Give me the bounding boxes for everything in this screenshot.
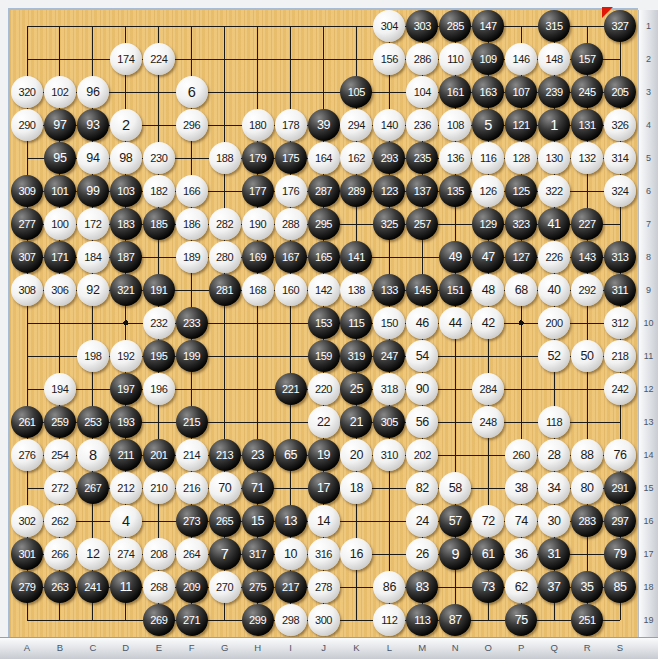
column-label-P: P	[511, 642, 531, 653]
move-number: 309	[18, 186, 35, 197]
stone-J16[interactable]: 14	[308, 505, 340, 537]
move-number: 18	[350, 482, 363, 495]
stone-S5[interactable]: 314	[604, 142, 636, 174]
stone-R11[interactable]: 50	[571, 340, 603, 372]
stone-B8[interactable]: 171	[44, 241, 76, 273]
stone-P17[interactable]: 36	[505, 538, 537, 570]
stone-A18[interactable]: 279	[11, 571, 43, 603]
stone-C18[interactable]: 241	[77, 571, 109, 603]
stone-H15[interactable]: 71	[242, 472, 274, 504]
stone-J10[interactable]: 153	[308, 307, 340, 339]
stone-S15[interactable]: 291	[604, 472, 636, 504]
stone-J15[interactable]: 17	[308, 472, 340, 504]
stone-Q6[interactable]: 322	[538, 175, 570, 207]
stone-Q4[interactable]: 1	[538, 109, 570, 141]
stone-R3[interactable]: 245	[571, 76, 603, 108]
stone-R4[interactable]: 131	[571, 109, 603, 141]
stone-B3[interactable]: 102	[44, 76, 76, 108]
move-number: 261	[18, 417, 35, 428]
move-number: 107	[513, 87, 530, 98]
stone-F6[interactable]: 166	[176, 175, 208, 207]
stone-Q5[interactable]: 130	[538, 142, 570, 174]
stone-A3[interactable]: 320	[11, 76, 43, 108]
stone-I8[interactable]: 167	[275, 241, 307, 273]
stone-B14[interactable]: 254	[44, 439, 76, 471]
stone-I17[interactable]: 10	[275, 538, 307, 570]
stone-O3[interactable]: 163	[472, 76, 504, 108]
stone-O12[interactable]: 284	[472, 373, 504, 405]
stone-I7[interactable]: 288	[275, 208, 307, 240]
column-label-E: E	[149, 642, 169, 653]
stone-D11[interactable]: 192	[110, 340, 142, 372]
stone-P6[interactable]: 125	[505, 175, 537, 207]
stone-A7[interactable]: 277	[11, 208, 43, 240]
stone-R16[interactable]: 283	[571, 505, 603, 537]
stone-H9[interactable]: 168	[242, 274, 274, 306]
stone-R15[interactable]: 80	[571, 472, 603, 504]
move-number: 323	[513, 219, 530, 230]
stone-F15[interactable]: 216	[176, 472, 208, 504]
stone-S10[interactable]: 312	[604, 307, 636, 339]
move-number: 42	[482, 317, 495, 330]
stone-D5[interactable]: 98	[110, 142, 142, 174]
stone-S14[interactable]: 76	[604, 439, 636, 471]
move-number: 123	[381, 186, 398, 197]
stone-C14[interactable]: 8	[77, 439, 109, 471]
row-label-1: 1	[639, 21, 658, 31]
stone-O5[interactable]: 116	[472, 142, 504, 174]
stone-Q11[interactable]: 52	[538, 340, 570, 372]
move-number: 217	[282, 582, 299, 593]
move-number: 271	[183, 615, 200, 626]
stone-P16[interactable]: 74	[505, 505, 537, 537]
stone-E19[interactable]: 269	[143, 604, 175, 636]
stone-Q14[interactable]: 28	[538, 439, 570, 471]
stone-J14[interactable]: 19	[308, 439, 340, 471]
move-number: 108	[447, 120, 464, 131]
stone-H5[interactable]: 179	[242, 142, 274, 174]
move-number: 30	[548, 515, 561, 528]
stone-D12[interactable]: 197	[110, 373, 142, 405]
stone-F16[interactable]: 273	[176, 505, 208, 537]
stone-A14[interactable]: 276	[11, 439, 43, 471]
stone-J11[interactable]: 159	[308, 340, 340, 372]
move-number: 28	[548, 449, 561, 462]
stone-S18[interactable]: 85	[604, 571, 636, 603]
stone-R2[interactable]: 157	[571, 43, 603, 75]
move-number: 194	[51, 384, 68, 395]
stone-C5[interactable]: 94	[77, 142, 109, 174]
stone-D7[interactable]: 183	[110, 208, 142, 240]
stone-P18[interactable]: 62	[505, 571, 537, 603]
stone-S1[interactable]: 327	[604, 10, 636, 42]
stone-C13[interactable]: 253	[77, 406, 109, 438]
stone-S6[interactable]: 324	[604, 175, 636, 207]
stone-P19[interactable]: 75	[505, 604, 537, 636]
move-number: 132	[579, 153, 596, 164]
move-number: 274	[117, 549, 134, 560]
stone-D17[interactable]: 274	[110, 538, 142, 570]
stone-P7[interactable]: 323	[505, 208, 537, 240]
move-number: 193	[117, 417, 134, 428]
move-number: 34	[548, 482, 561, 495]
stone-B16[interactable]: 262	[44, 505, 76, 537]
stone-S3[interactable]: 205	[604, 76, 636, 108]
move-number: 82	[416, 482, 429, 495]
move-number: 24	[416, 515, 429, 528]
stone-J18[interactable]: 278	[308, 571, 340, 603]
stone-O10[interactable]: 42	[472, 307, 504, 339]
stone-O16[interactable]: 72	[472, 505, 504, 537]
stone-C17[interactable]: 12	[77, 538, 109, 570]
stone-D9[interactable]: 321	[110, 274, 142, 306]
move-number: 308	[18, 285, 35, 296]
stone-F8[interactable]: 189	[176, 241, 208, 273]
stone-F14[interactable]: 214	[176, 439, 208, 471]
row-label-3: 3	[639, 87, 658, 97]
stone-P5[interactable]: 128	[505, 142, 537, 174]
stone-I4[interactable]: 178	[275, 109, 307, 141]
stone-I19[interactable]: 298	[275, 604, 307, 636]
stone-Q17[interactable]: 31	[538, 538, 570, 570]
move-number: 137	[414, 186, 431, 197]
stone-G7[interactable]: 282	[209, 208, 241, 240]
move-number: 157	[579, 54, 596, 65]
move-number: 68	[515, 284, 528, 297]
stone-O13[interactable]: 248	[472, 406, 504, 438]
move-number: 262	[51, 516, 68, 527]
stone-I12[interactable]: 221	[275, 373, 307, 405]
stone-H6[interactable]: 177	[242, 175, 274, 207]
stone-Q15[interactable]: 34	[538, 472, 570, 504]
move-number: 269	[150, 615, 167, 626]
move-number: 272	[51, 483, 68, 494]
stone-C7[interactable]: 172	[77, 208, 109, 240]
move-number: 87	[449, 614, 462, 627]
move-number: 46	[416, 317, 429, 330]
stone-Q13[interactable]: 118	[538, 406, 570, 438]
stone-P4[interactable]: 121	[505, 109, 537, 141]
move-number: 298	[282, 615, 299, 626]
stone-E12[interactable]: 196	[143, 373, 175, 405]
stone-O9[interactable]: 48	[472, 274, 504, 306]
stone-H17[interactable]: 317	[242, 538, 274, 570]
stone-B18[interactable]: 263	[44, 571, 76, 603]
stone-D15[interactable]: 212	[110, 472, 142, 504]
stone-Q8[interactable]: 226	[538, 241, 570, 273]
move-number: 218	[611, 351, 628, 362]
stone-I9[interactable]: 160	[275, 274, 307, 306]
stone-C6[interactable]: 99	[77, 175, 109, 207]
stone-J7[interactable]: 295	[308, 208, 340, 240]
stone-Q2[interactable]: 148	[538, 43, 570, 75]
stone-J8[interactable]: 165	[308, 241, 340, 273]
stone-H18[interactable]: 275	[242, 571, 274, 603]
stone-G15[interactable]: 70	[209, 472, 241, 504]
stone-O4[interactable]: 5	[472, 109, 504, 141]
stone-B4[interactable]: 97	[44, 109, 76, 141]
stone-H19[interactable]: 299	[242, 604, 274, 636]
stone-E9[interactable]: 191	[143, 274, 175, 306]
move-number: 305	[381, 417, 398, 428]
column-label-K: K	[346, 642, 366, 653]
stone-R5[interactable]: 132	[571, 142, 603, 174]
stone-O8[interactable]: 47	[472, 241, 504, 273]
stone-G16[interactable]: 265	[209, 505, 241, 537]
stone-F4[interactable]: 296	[176, 109, 208, 141]
stone-A8[interactable]: 307	[11, 241, 43, 273]
move-number: 232	[150, 318, 167, 329]
stone-J12[interactable]: 220	[308, 373, 340, 405]
move-number: 141	[348, 252, 365, 263]
move-number: 17	[317, 482, 330, 495]
move-number: 280	[216, 252, 233, 263]
move-number: 322	[546, 186, 563, 197]
move-number: 321	[117, 285, 134, 296]
stone-I16[interactable]: 13	[275, 505, 307, 537]
stone-B7[interactable]: 100	[44, 208, 76, 240]
stone-Q10[interactable]: 200	[538, 307, 570, 339]
stone-O1[interactable]: 147	[472, 10, 504, 42]
stone-R7[interactable]: 227	[571, 208, 603, 240]
move-number: 172	[84, 219, 101, 230]
move-number: 95	[53, 152, 66, 165]
move-number: 169	[249, 252, 266, 263]
stone-J13[interactable]: 22	[308, 406, 340, 438]
stone-E6[interactable]: 182	[143, 175, 175, 207]
stone-O2[interactable]: 109	[472, 43, 504, 75]
stone-G8[interactable]: 280	[209, 241, 241, 273]
stone-E11[interactable]: 195	[143, 340, 175, 372]
move-number: 248	[480, 417, 497, 428]
stone-F18[interactable]: 209	[176, 571, 208, 603]
stone-I5[interactable]: 175	[275, 142, 307, 174]
stone-H8[interactable]: 169	[242, 241, 274, 273]
move-number: 302	[18, 516, 35, 527]
stone-F13[interactable]: 215	[176, 406, 208, 438]
move-number: 11	[120, 581, 132, 594]
stone-D8[interactable]: 187	[110, 241, 142, 273]
stone-H14[interactable]: 23	[242, 439, 274, 471]
stone-C15[interactable]: 267	[77, 472, 109, 504]
stone-H16[interactable]: 15	[242, 505, 274, 537]
move-number: 202	[414, 450, 431, 461]
stone-J17[interactable]: 316	[308, 538, 340, 570]
stone-D2[interactable]: 174	[110, 43, 142, 75]
move-number: 70	[218, 482, 231, 495]
stone-D14[interactable]: 211	[110, 439, 142, 471]
stone-J5[interactable]: 164	[308, 142, 340, 174]
move-number: 85	[613, 581, 626, 594]
stone-F3[interactable]: 6	[176, 76, 208, 108]
stone-A4[interactable]: 290	[11, 109, 43, 141]
stone-E15[interactable]: 210	[143, 472, 175, 504]
move-number: 41	[548, 218, 561, 231]
stone-O18[interactable]: 73	[472, 571, 504, 603]
move-number: 151	[447, 285, 464, 296]
stone-O6[interactable]: 126	[472, 175, 504, 207]
stone-B13[interactable]: 259	[44, 406, 76, 438]
stone-Q1[interactable]: 315	[538, 10, 570, 42]
move-number: 235	[414, 153, 431, 164]
move-number: 175	[282, 153, 299, 164]
stone-J4[interactable]: 39	[308, 109, 340, 141]
move-number: 164	[315, 153, 332, 164]
stone-S12[interactable]: 242	[604, 373, 636, 405]
stone-G18[interactable]: 270	[209, 571, 241, 603]
move-number: 35	[581, 581, 594, 594]
stone-J19[interactable]: 300	[308, 604, 340, 636]
stone-C3[interactable]: 96	[77, 76, 109, 108]
move-number: 56	[416, 416, 429, 429]
move-number: 324	[611, 186, 628, 197]
move-number: 131	[579, 120, 596, 131]
stone-G5[interactable]: 188	[209, 142, 241, 174]
stone-C9[interactable]: 92	[77, 274, 109, 306]
column-label-M: M	[412, 642, 432, 653]
move-number: 190	[249, 219, 266, 230]
stone-B12[interactable]: 194	[44, 373, 76, 405]
move-number: 116	[480, 153, 496, 164]
stone-R8[interactable]: 143	[571, 241, 603, 273]
row-label-19: 19	[639, 615, 658, 625]
stone-S8[interactable]: 313	[604, 241, 636, 273]
stone-R9[interactable]: 292	[571, 274, 603, 306]
move-number: 159	[315, 351, 332, 362]
stone-P14[interactable]: 260	[505, 439, 537, 471]
stone-C11[interactable]: 198	[77, 340, 109, 372]
stone-Q16[interactable]: 30	[538, 505, 570, 537]
stone-G14[interactable]: 213	[209, 439, 241, 471]
move-number: 133	[381, 285, 398, 296]
move-number: 278	[315, 582, 332, 593]
stone-Q18[interactable]: 37	[538, 571, 570, 603]
go-board[interactable]: 3043032851473153271742241562861101091461…	[10, 10, 638, 637]
stone-F10[interactable]: 233	[176, 307, 208, 339]
move-number: 297	[611, 516, 628, 527]
move-number: 276	[18, 450, 35, 461]
stone-P9[interactable]: 68	[505, 274, 537, 306]
stone-C4[interactable]: 93	[77, 109, 109, 141]
column-label-F: F	[182, 642, 202, 653]
move-number: 93	[86, 119, 99, 132]
stone-O17[interactable]: 61	[472, 538, 504, 570]
stone-R19[interactable]: 251	[571, 604, 603, 636]
stone-Q7[interactable]: 41	[538, 208, 570, 240]
row-label-12: 12	[639, 384, 658, 394]
move-number: 198	[84, 351, 101, 362]
move-number: 100	[51, 219, 68, 230]
stone-S9[interactable]: 311	[604, 274, 636, 306]
move-number: 83	[416, 581, 429, 594]
move-number: 200	[546, 318, 563, 329]
stone-O7[interactable]: 129	[472, 208, 504, 240]
stone-I18[interactable]: 217	[275, 571, 307, 603]
move-number: 268	[150, 582, 167, 593]
stone-B5[interactable]: 95	[44, 142, 76, 174]
stone-E2[interactable]: 224	[143, 43, 175, 75]
stone-B6[interactable]: 101	[44, 175, 76, 207]
move-number: 125	[513, 186, 530, 197]
stone-P15[interactable]: 38	[505, 472, 537, 504]
move-number: 5	[484, 118, 492, 133]
stone-D4[interactable]: 2	[110, 109, 142, 141]
stone-F17[interactable]: 264	[176, 538, 208, 570]
stone-B17[interactable]: 266	[44, 538, 76, 570]
stone-B15[interactable]: 272	[44, 472, 76, 504]
stone-D16[interactable]: 4	[110, 505, 142, 537]
column-label-H: H	[248, 642, 268, 653]
stone-A6[interactable]: 309	[11, 175, 43, 207]
row-label-14: 14	[639, 450, 658, 460]
stone-H7[interactable]: 190	[242, 208, 274, 240]
move-number: 196	[150, 384, 167, 395]
move-number: 8	[89, 448, 97, 463]
stone-C8[interactable]: 184	[77, 241, 109, 273]
stone-E17[interactable]: 208	[143, 538, 175, 570]
stone-S16[interactable]: 297	[604, 505, 636, 537]
move-number: 299	[249, 615, 266, 626]
stone-F19[interactable]: 271	[176, 604, 208, 636]
stone-H4[interactable]: 180	[242, 109, 274, 141]
stone-E7[interactable]: 185	[143, 208, 175, 240]
stone-S11[interactable]: 218	[604, 340, 636, 372]
stone-A17[interactable]: 301	[11, 538, 43, 570]
stone-P3[interactable]: 107	[505, 76, 537, 108]
move-number: 163	[480, 87, 497, 98]
stone-R14[interactable]: 88	[571, 439, 603, 471]
stone-A9[interactable]: 308	[11, 274, 43, 306]
move-number: 285	[447, 21, 464, 32]
stone-G17[interactable]: 7	[209, 538, 241, 570]
stone-Q3[interactable]: 239	[538, 76, 570, 108]
move-number: 2	[122, 118, 130, 133]
stone-D18[interactable]: 11	[110, 571, 142, 603]
move-number: 236	[414, 120, 431, 131]
stone-P8[interactable]: 127	[505, 241, 537, 273]
move-number: 184	[84, 252, 101, 263]
stone-E18[interactable]: 268	[143, 571, 175, 603]
stone-I14[interactable]: 65	[275, 439, 307, 471]
stone-J6[interactable]: 287	[308, 175, 340, 207]
stone-F11[interactable]: 199	[176, 340, 208, 372]
stone-G9[interactable]: 281	[209, 274, 241, 306]
move-number: 296	[183, 120, 200, 131]
move-number: 16	[350, 548, 363, 561]
move-number: 208	[150, 549, 167, 560]
stone-J9[interactable]: 142	[308, 274, 340, 306]
stone-P2[interactable]: 146	[505, 43, 537, 75]
stone-E14[interactable]: 201	[143, 439, 175, 471]
move-number: 313	[611, 252, 628, 263]
stone-S17[interactable]: 79	[604, 538, 636, 570]
stone-Q9[interactable]: 40	[538, 274, 570, 306]
stone-B9[interactable]: 306	[44, 274, 76, 306]
stone-E5[interactable]: 230	[143, 142, 175, 174]
move-number: 325	[381, 219, 398, 230]
stone-D13[interactable]: 193	[110, 406, 142, 438]
stone-A16[interactable]: 302	[11, 505, 43, 537]
stone-S4[interactable]: 326	[604, 109, 636, 141]
stone-R18[interactable]: 35	[571, 571, 603, 603]
star-point-P10	[519, 320, 524, 325]
stone-F7[interactable]: 186	[176, 208, 208, 240]
stone-A13[interactable]: 261	[11, 406, 43, 438]
stone-E10[interactable]: 232	[143, 307, 175, 339]
stone-D6[interactable]: 103	[110, 175, 142, 207]
move-number: 178	[282, 120, 299, 131]
stone-I6[interactable]: 176	[275, 175, 307, 207]
